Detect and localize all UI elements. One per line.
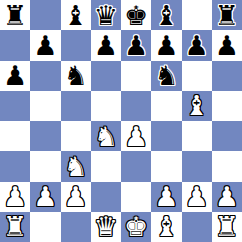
square-b2[interactable]: ♟ [30, 182, 60, 212]
piece-black-bishop-c8[interactable]: ♝ [64, 2, 88, 29]
chess-board: ♜♝♛♚♝♜♟♟♟♟♟♟♟♞♞♝♞♟♞♟♟♟♟♟♟♜♛♚♝♜ [0, 0, 242, 242]
piece-black-pawn-b7[interactable]: ♟ [33, 32, 57, 59]
square-c4[interactable] [61, 121, 91, 151]
square-c5[interactable] [61, 91, 91, 121]
square-b8[interactable] [30, 0, 60, 30]
square-d7[interactable]: ♟ [91, 30, 121, 60]
piece-white-knight-c3[interactable]: ♞ [64, 153, 88, 180]
piece-black-knight-f6[interactable]: ♞ [154, 62, 178, 89]
piece-black-queen-d8[interactable]: ♛ [94, 2, 118, 29]
square-c3[interactable]: ♞ [61, 151, 91, 181]
square-c1[interactable] [61, 212, 91, 242]
square-a4[interactable] [0, 121, 30, 151]
square-b3[interactable] [30, 151, 60, 181]
square-c8[interactable]: ♝ [61, 0, 91, 30]
piece-white-rook-h1[interactable]: ♜ [215, 213, 239, 240]
square-d4[interactable]: ♞ [91, 121, 121, 151]
square-h1[interactable]: ♜ [212, 212, 242, 242]
piece-white-pawn-f2[interactable]: ♟ [154, 183, 178, 210]
piece-black-pawn-f7[interactable]: ♟ [154, 32, 178, 59]
piece-white-knight-d4[interactable]: ♞ [94, 123, 118, 150]
square-h5[interactable] [212, 91, 242, 121]
piece-white-queen-d1[interactable]: ♛ [94, 213, 118, 240]
square-e4[interactable]: ♟ [121, 121, 151, 151]
square-e2[interactable] [121, 182, 151, 212]
square-d3[interactable] [91, 151, 121, 181]
square-f4[interactable] [151, 121, 181, 151]
square-d8[interactable]: ♛ [91, 0, 121, 30]
square-a1[interactable]: ♜ [0, 212, 30, 242]
piece-white-pawn-b2[interactable]: ♟ [33, 183, 57, 210]
piece-white-pawn-h2[interactable]: ♟ [215, 183, 239, 210]
piece-white-bishop-g5[interactable]: ♝ [185, 92, 209, 119]
square-g2[interactable]: ♟ [182, 182, 212, 212]
piece-black-pawn-e7[interactable]: ♟ [124, 32, 148, 59]
square-f6[interactable]: ♞ [151, 61, 181, 91]
piece-white-rook-a1[interactable]: ♜ [3, 213, 27, 240]
square-d6[interactable] [91, 61, 121, 91]
square-b4[interactable] [30, 121, 60, 151]
piece-black-rook-h8[interactable]: ♜ [215, 2, 239, 29]
square-h2[interactable]: ♟ [212, 182, 242, 212]
piece-black-pawn-d7[interactable]: ♟ [94, 32, 118, 59]
piece-black-pawn-a6[interactable]: ♟ [3, 62, 27, 89]
piece-white-pawn-a2[interactable]: ♟ [3, 183, 27, 210]
square-a3[interactable] [0, 151, 30, 181]
piece-white-pawn-c2[interactable]: ♟ [64, 183, 88, 210]
square-c2[interactable]: ♟ [61, 182, 91, 212]
square-e3[interactable] [121, 151, 151, 181]
square-f8[interactable]: ♝ [151, 0, 181, 30]
square-a7[interactable] [0, 30, 30, 60]
square-f3[interactable] [151, 151, 181, 181]
square-d5[interactable] [91, 91, 121, 121]
square-g7[interactable]: ♟ [182, 30, 212, 60]
piece-white-king-e1[interactable]: ♚ [124, 213, 148, 240]
piece-black-knight-c6[interactable]: ♞ [64, 62, 88, 89]
piece-white-pawn-e4[interactable]: ♟ [124, 123, 148, 150]
square-a5[interactable] [0, 91, 30, 121]
piece-white-bishop-f1[interactable]: ♝ [154, 213, 178, 240]
square-h6[interactable] [212, 61, 242, 91]
square-e7[interactable]: ♟ [121, 30, 151, 60]
piece-black-rook-a8[interactable]: ♜ [3, 2, 27, 29]
square-d2[interactable] [91, 182, 121, 212]
square-b1[interactable] [30, 212, 60, 242]
piece-black-pawn-h7[interactable]: ♟ [215, 32, 239, 59]
square-h4[interactable] [212, 121, 242, 151]
square-b7[interactable]: ♟ [30, 30, 60, 60]
square-a8[interactable]: ♜ [0, 0, 30, 30]
square-g8[interactable] [182, 0, 212, 30]
square-a6[interactable]: ♟ [0, 61, 30, 91]
square-c7[interactable] [61, 30, 91, 60]
square-h8[interactable]: ♜ [212, 0, 242, 30]
square-g4[interactable] [182, 121, 212, 151]
piece-white-pawn-g2[interactable]: ♟ [185, 183, 209, 210]
square-a2[interactable]: ♟ [0, 182, 30, 212]
square-b6[interactable] [30, 61, 60, 91]
square-e8[interactable]: ♚ [121, 0, 151, 30]
piece-black-king-e8[interactable]: ♚ [124, 2, 148, 29]
piece-black-pawn-g7[interactable]: ♟ [185, 32, 209, 59]
square-f5[interactable] [151, 91, 181, 121]
square-g5[interactable]: ♝ [182, 91, 212, 121]
chess-board-container: ♜♝♛♚♝♜♟♟♟♟♟♟♟♞♞♝♞♟♞♟♟♟♟♟♟♜♛♚♝♜ [0, 0, 242, 242]
square-b5[interactable] [30, 91, 60, 121]
piece-black-bishop-f8[interactable]: ♝ [154, 2, 178, 29]
square-g3[interactable] [182, 151, 212, 181]
square-c6[interactable]: ♞ [61, 61, 91, 91]
square-h7[interactable]: ♟ [212, 30, 242, 60]
square-d1[interactable]: ♛ [91, 212, 121, 242]
square-g1[interactable] [182, 212, 212, 242]
square-f2[interactable]: ♟ [151, 182, 181, 212]
square-e1[interactable]: ♚ [121, 212, 151, 242]
square-e6[interactable] [121, 61, 151, 91]
square-f7[interactable]: ♟ [151, 30, 181, 60]
square-e5[interactable] [121, 91, 151, 121]
square-h3[interactable] [212, 151, 242, 181]
square-f1[interactable]: ♝ [151, 212, 181, 242]
square-g6[interactable] [182, 61, 212, 91]
